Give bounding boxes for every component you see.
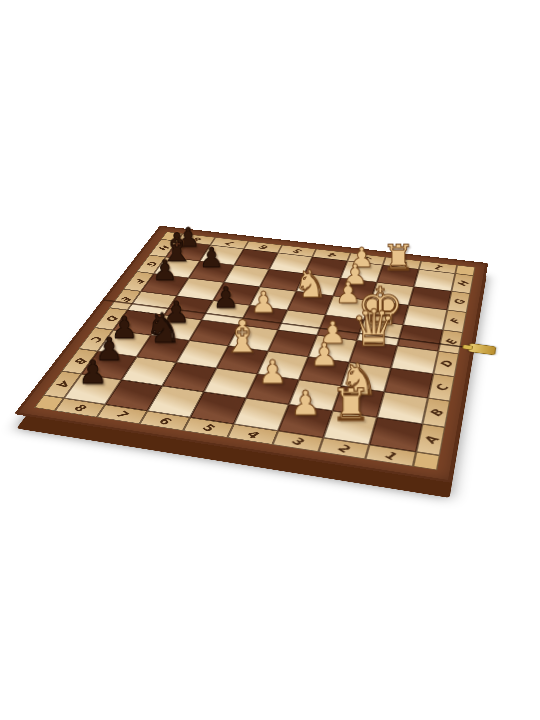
file-label-e: E xyxy=(438,330,463,354)
file-label-g: G xyxy=(447,291,470,312)
file-label-f: F xyxy=(443,310,467,333)
file-label-h: H xyxy=(451,274,473,294)
square-f4 xyxy=(250,287,296,310)
board-corner xyxy=(455,265,475,276)
file-label-b: B xyxy=(422,398,450,427)
file-label-d: D xyxy=(433,351,459,377)
square-f1 xyxy=(364,301,409,325)
chess-set: ABCDEFGH8♟♟♟♟♝♟87♞♟♟76♟65♝♟54♟♞43♟♟♟♟♟♟3… xyxy=(34,232,475,471)
